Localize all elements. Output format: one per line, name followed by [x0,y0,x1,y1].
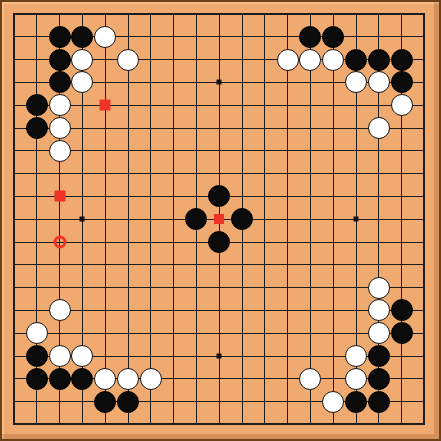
grid-line-horizontal [13,287,425,288]
white-stone[interactable] [345,345,367,367]
black-stone[interactable] [322,26,344,48]
black-stone[interactable] [185,208,207,230]
go-board[interactable] [0,0,441,441]
white-stone[interactable] [368,277,390,299]
star-point [217,80,222,85]
grid-line-horizontal [13,264,425,265]
white-stone[interactable] [49,140,71,162]
black-stone[interactable] [391,71,413,93]
white-stone[interactable] [299,49,321,71]
black-stone[interactable] [368,368,390,390]
white-stone[interactable] [71,345,93,367]
white-stone[interactable] [140,368,162,390]
white-stone[interactable] [368,322,390,344]
grid-line-vertical [310,13,311,425]
grid-line-vertical [287,13,288,425]
black-stone[interactable] [94,391,116,413]
black-stone[interactable] [368,345,390,367]
black-stone[interactable] [26,368,48,390]
white-stone[interactable] [49,345,71,367]
white-stone[interactable] [49,299,71,321]
black-stone[interactable] [208,185,230,207]
black-stone[interactable] [345,49,367,71]
go-grid [2,2,439,439]
black-stone[interactable] [71,26,93,48]
black-stone[interactable] [368,49,390,71]
white-stone[interactable] [117,49,139,71]
white-stone[interactable] [26,322,48,344]
white-stone[interactable] [368,299,390,321]
white-stone[interactable] [94,368,116,390]
red-circle-marker [53,236,66,249]
white-stone[interactable] [71,49,93,71]
black-stone[interactable] [49,26,71,48]
white-stone[interactable] [49,117,71,139]
black-stone[interactable] [345,391,367,413]
star-point [217,354,222,359]
white-stone[interactable] [391,94,413,116]
grid-line-vertical [264,13,265,425]
black-stone[interactable] [71,368,93,390]
white-stone[interactable] [322,391,344,413]
star-point [354,217,359,222]
white-stone[interactable] [71,71,93,93]
red-square-marker [100,100,111,111]
red-square-marker [214,214,224,224]
white-stone[interactable] [49,94,71,116]
grid-line-horizontal [13,310,425,311]
white-stone[interactable] [368,117,390,139]
black-stone[interactable] [299,26,321,48]
black-stone[interactable] [49,368,71,390]
black-stone[interactable] [368,391,390,413]
white-stone[interactable] [299,368,321,390]
grid-line-vertical [423,13,425,425]
white-stone[interactable] [277,49,299,71]
white-stone[interactable] [368,71,390,93]
red-square-marker [54,191,65,202]
white-stone[interactable] [345,71,367,93]
star-point [80,217,85,222]
black-stone[interactable] [26,117,48,139]
black-stone[interactable] [49,71,71,93]
white-stone[interactable] [322,49,344,71]
black-stone[interactable] [391,322,413,344]
grid-line-vertical [333,13,334,425]
white-stone[interactable] [117,368,139,390]
black-stone[interactable] [208,231,230,253]
grid-line-horizontal [13,333,425,334]
black-stone[interactable] [391,49,413,71]
black-stone[interactable] [231,208,253,230]
black-stone[interactable] [26,94,48,116]
grid-line-horizontal [13,423,425,425]
black-stone[interactable] [49,49,71,71]
white-stone[interactable] [345,368,367,390]
black-stone[interactable] [391,299,413,321]
black-stone[interactable] [26,345,48,367]
black-stone[interactable] [117,391,139,413]
white-stone[interactable] [94,26,116,48]
